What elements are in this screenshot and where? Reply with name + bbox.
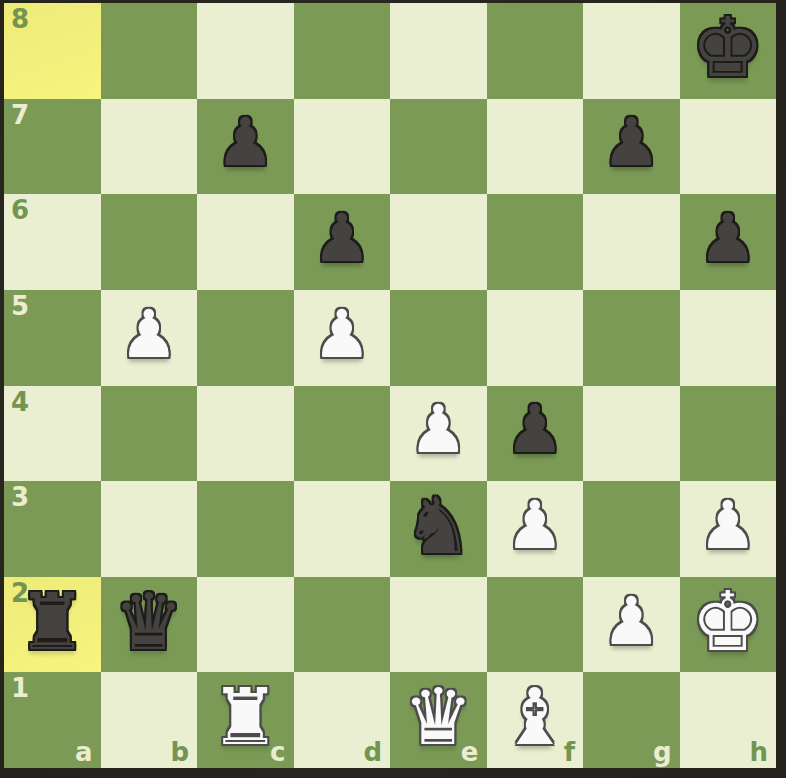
square-h6[interactable]: ♟ bbox=[680, 194, 777, 290]
piece-black-pawn[interactable]: ♟ bbox=[312, 206, 371, 272]
square-b1[interactable]: b bbox=[101, 672, 198, 768]
rank-label-4: 4 bbox=[11, 389, 29, 415]
square-c7[interactable]: ♟ bbox=[197, 99, 294, 195]
square-e7[interactable] bbox=[390, 99, 487, 195]
rank-label-3: 3 bbox=[11, 484, 29, 510]
square-g5[interactable] bbox=[583, 290, 680, 386]
piece-white-pawn[interactable]: ♟ bbox=[698, 493, 757, 559]
square-b4[interactable] bbox=[101, 386, 198, 482]
piece-white-pawn[interactable]: ♟ bbox=[602, 589, 661, 655]
square-b2[interactable]: ♛ bbox=[101, 577, 198, 673]
rank-label-5: 5 bbox=[11, 293, 29, 319]
square-e8[interactable] bbox=[390, 3, 487, 99]
square-e6[interactable] bbox=[390, 194, 487, 290]
square-a7[interactable]: 7 bbox=[4, 99, 101, 195]
file-label-b: b bbox=[170, 739, 189, 765]
square-b3[interactable] bbox=[101, 481, 198, 577]
square-a5[interactable]: 5 bbox=[4, 290, 101, 386]
square-a2[interactable]: 2♜ bbox=[4, 577, 101, 673]
piece-black-pawn[interactable]: ♟ bbox=[602, 110, 661, 176]
square-b5[interactable]: ♟ bbox=[101, 290, 198, 386]
piece-white-pawn[interactable]: ♟ bbox=[505, 493, 564, 559]
chess-board: 8♚7♟♟6♟♟5♟♟4♟♟3♞♟♟2♜♛♟♚1abc♜de♛f♝gh bbox=[4, 3, 776, 768]
square-e4[interactable]: ♟ bbox=[390, 386, 487, 482]
square-h8[interactable]: ♚ bbox=[680, 3, 777, 99]
rank-label-8: 8 bbox=[11, 6, 29, 32]
square-d2[interactable] bbox=[294, 577, 391, 673]
square-g6[interactable] bbox=[583, 194, 680, 290]
piece-black-pawn[interactable]: ♟ bbox=[505, 397, 564, 463]
square-d8[interactable] bbox=[294, 3, 391, 99]
square-f2[interactable] bbox=[487, 577, 584, 673]
square-c2[interactable] bbox=[197, 577, 294, 673]
file-label-h: h bbox=[749, 739, 768, 765]
file-label-d: d bbox=[363, 739, 382, 765]
square-f8[interactable] bbox=[487, 3, 584, 99]
piece-white-pawn[interactable]: ♟ bbox=[119, 302, 178, 368]
square-f3[interactable]: ♟ bbox=[487, 481, 584, 577]
square-c3[interactable] bbox=[197, 481, 294, 577]
piece-white-rook[interactable]: ♜ bbox=[210, 678, 280, 756]
square-c1[interactable]: c♜ bbox=[197, 672, 294, 768]
square-g3[interactable] bbox=[583, 481, 680, 577]
square-d7[interactable] bbox=[294, 99, 391, 195]
square-f5[interactable] bbox=[487, 290, 584, 386]
square-b7[interactable] bbox=[101, 99, 198, 195]
square-a6[interactable]: 6 bbox=[4, 194, 101, 290]
square-a3[interactable]: 3 bbox=[4, 481, 101, 577]
square-c4[interactable] bbox=[197, 386, 294, 482]
rank-label-7: 7 bbox=[11, 102, 29, 128]
square-c6[interactable] bbox=[197, 194, 294, 290]
piece-black-pawn[interactable]: ♟ bbox=[216, 110, 275, 176]
square-g8[interactable] bbox=[583, 3, 680, 99]
square-f7[interactable] bbox=[487, 99, 584, 195]
square-f4[interactable]: ♟ bbox=[487, 386, 584, 482]
piece-black-pawn[interactable]: ♟ bbox=[698, 206, 757, 272]
square-c5[interactable] bbox=[197, 290, 294, 386]
square-d3[interactable] bbox=[294, 481, 391, 577]
piece-white-queen[interactable]: ♛ bbox=[403, 678, 473, 756]
square-h5[interactable] bbox=[680, 290, 777, 386]
square-e5[interactable] bbox=[390, 290, 487, 386]
rank-label-6: 6 bbox=[11, 197, 29, 223]
square-c8[interactable] bbox=[197, 3, 294, 99]
piece-black-rook[interactable]: ♜ bbox=[17, 583, 87, 661]
square-g1[interactable]: g bbox=[583, 672, 680, 768]
square-f1[interactable]: f♝ bbox=[487, 672, 584, 768]
square-h7[interactable] bbox=[680, 99, 777, 195]
file-label-g: g bbox=[653, 739, 672, 765]
square-e2[interactable] bbox=[390, 577, 487, 673]
file-label-a: a bbox=[75, 739, 93, 765]
square-a4[interactable]: 4 bbox=[4, 386, 101, 482]
square-f6[interactable] bbox=[487, 194, 584, 290]
square-h4[interactable] bbox=[680, 386, 777, 482]
piece-black-king[interactable]: ♚ bbox=[691, 7, 765, 89]
square-e3[interactable]: ♞ bbox=[390, 481, 487, 577]
piece-white-bishop[interactable]: ♝ bbox=[500, 678, 570, 756]
piece-white-pawn[interactable]: ♟ bbox=[409, 397, 468, 463]
square-d1[interactable]: d bbox=[294, 672, 391, 768]
square-h3[interactable]: ♟ bbox=[680, 481, 777, 577]
square-a1[interactable]: 1a bbox=[4, 672, 101, 768]
chess-app-stage: 8♚7♟♟6♟♟5♟♟4♟♟3♞♟♟2♜♛♟♚1abc♜de♛f♝gh bbox=[0, 0, 786, 778]
square-b8[interactable] bbox=[101, 3, 198, 99]
piece-black-queen[interactable]: ♛ bbox=[114, 583, 184, 661]
square-d6[interactable]: ♟ bbox=[294, 194, 391, 290]
piece-white-pawn[interactable]: ♟ bbox=[312, 302, 371, 368]
rank-label-1: 1 bbox=[11, 675, 29, 701]
square-d4[interactable] bbox=[294, 386, 391, 482]
square-g7[interactable]: ♟ bbox=[583, 99, 680, 195]
square-h1[interactable]: h bbox=[680, 672, 777, 768]
square-b6[interactable] bbox=[101, 194, 198, 290]
square-d5[interactable]: ♟ bbox=[294, 290, 391, 386]
square-a8[interactable]: 8 bbox=[4, 3, 101, 99]
square-g2[interactable]: ♟ bbox=[583, 577, 680, 673]
square-g4[interactable] bbox=[583, 386, 680, 482]
piece-white-king[interactable]: ♚ bbox=[691, 581, 765, 663]
piece-black-knight[interactable]: ♞ bbox=[403, 487, 473, 565]
square-h2[interactable]: ♚ bbox=[680, 577, 777, 673]
square-e1[interactable]: e♛ bbox=[390, 672, 487, 768]
